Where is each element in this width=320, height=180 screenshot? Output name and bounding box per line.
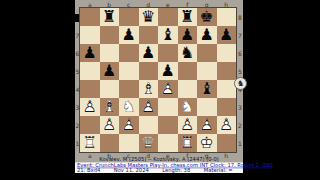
square-c2[interactable]: ♟♙ xyxy=(119,116,139,134)
file-labels-top: abcdefgh xyxy=(80,1,236,8)
file-label-f: f xyxy=(178,1,198,8)
square-a3[interactable]: ♟♙ xyxy=(80,98,100,116)
piece-wP-fill: ♟ xyxy=(217,116,237,134)
square-f7[interactable]: ♟ xyxy=(178,26,198,44)
material-text: Material: = xyxy=(204,168,233,173)
piece-wN: ♘ xyxy=(178,98,198,116)
piece-wP: ♙ xyxy=(158,80,178,98)
square-e6[interactable] xyxy=(158,44,178,62)
last-move-text: 21: Bxd4 xyxy=(77,168,100,173)
piece-wR: ♖ xyxy=(178,134,198,152)
square-f1[interactable]: ♜♖ xyxy=(178,134,198,152)
piece-bP: ♟ xyxy=(197,26,217,44)
square-d5[interactable] xyxy=(139,62,159,80)
piece-bR: ♜ xyxy=(100,8,120,26)
rank-label-3: 3 xyxy=(237,98,243,116)
square-b3[interactable]: ♝♗ xyxy=(100,98,120,116)
knight-cursor-icon[interactable]: ♞ xyxy=(234,77,247,90)
piece-wP: ♙ xyxy=(80,98,100,116)
piece-bP: ♟ xyxy=(178,26,198,44)
file-label-d: d xyxy=(139,1,159,8)
piece-wR-fill: ♜ xyxy=(80,134,100,152)
piece-wP: ♙ xyxy=(119,116,139,134)
rank-label-6: 6 xyxy=(237,44,243,62)
viewer-panel: abcdefgh abcdefgh 87654321 87654321 ♜♛♜♚… xyxy=(75,0,243,172)
square-g5[interactable] xyxy=(197,62,217,80)
info-strip: Event: CrunchLabs Masters Play-In, chess… xyxy=(75,162,243,173)
piece-bN: ♞ xyxy=(178,44,198,62)
square-f3[interactable]: ♞♘ xyxy=(178,98,198,116)
piece-wP: ♙ xyxy=(197,116,217,134)
chess-board: ♜♛♜♚♟♝♟♟♟♟♟♞♟♟♝♗♟♙♝♟♙♝♗♞♘♟♙♞♘♟♙♟♙♟♙♟♙♟♙♜… xyxy=(80,8,236,152)
square-b8[interactable]: ♜ xyxy=(100,8,120,26)
piece-bP: ♟ xyxy=(80,44,100,62)
piece-wB: ♗ xyxy=(139,80,159,98)
square-b7[interactable] xyxy=(100,26,120,44)
piece-wQ-fill: ♛ xyxy=(139,134,159,152)
piece-wN-fill: ♞ xyxy=(178,98,198,116)
length-text: Length: 38 xyxy=(162,168,190,173)
square-a6[interactable]: ♟ xyxy=(80,44,100,62)
black-to-move-indicator xyxy=(74,14,79,22)
square-a8[interactable] xyxy=(80,8,100,26)
piece-wB-fill: ♝ xyxy=(100,98,120,116)
piece-wN-fill: ♞ xyxy=(119,98,139,116)
players-caption-text: Kovalev, M (2505) -- Kozlovsky, A (2447)… xyxy=(75,156,243,162)
square-e3[interactable] xyxy=(158,98,178,116)
square-b6[interactable] xyxy=(100,44,120,62)
piece-bK: ♚ xyxy=(197,8,217,26)
square-d8[interactable]: ♛ xyxy=(139,8,159,26)
square-e7[interactable]: ♝ xyxy=(158,26,178,44)
piece-bP: ♟ xyxy=(139,44,159,62)
file-label-e: e xyxy=(158,1,178,8)
piece-wP-fill: ♟ xyxy=(178,116,198,134)
square-f4[interactable] xyxy=(178,80,198,98)
square-d2[interactable] xyxy=(139,116,159,134)
square-c8[interactable] xyxy=(119,8,139,26)
square-d4[interactable]: ♝♗ xyxy=(139,80,159,98)
square-f6[interactable]: ♞ xyxy=(178,44,198,62)
square-a7[interactable] xyxy=(80,26,100,44)
square-e8[interactable] xyxy=(158,8,178,26)
piece-bP: ♟ xyxy=(119,26,139,44)
square-f2[interactable]: ♟♙ xyxy=(178,116,198,134)
file-label-h: h xyxy=(217,1,237,8)
square-g1[interactable]: ♚♔ xyxy=(197,134,217,152)
piece-bQ: ♛ xyxy=(139,8,159,26)
rank-label-1: 1 xyxy=(237,134,243,152)
piece-bP: ♟ xyxy=(217,26,237,44)
square-g6[interactable] xyxy=(197,44,217,62)
square-g3[interactable] xyxy=(197,98,217,116)
square-h1[interactable] xyxy=(217,134,237,152)
piece-wQ: ♕ xyxy=(139,134,159,152)
piece-wR: ♖ xyxy=(80,134,100,152)
date-text: Nov 11, 2024 xyxy=(114,168,149,173)
piece-wP: ♙ xyxy=(100,116,120,134)
file-label-c: c xyxy=(119,1,139,8)
piece-wR-fill: ♜ xyxy=(178,134,198,152)
square-g8[interactable]: ♚ xyxy=(197,8,217,26)
square-c7[interactable]: ♟ xyxy=(119,26,139,44)
square-c1[interactable] xyxy=(119,134,139,152)
square-c5[interactable] xyxy=(119,62,139,80)
piece-wP-fill: ♟ xyxy=(80,98,100,116)
square-a5[interactable] xyxy=(80,62,100,80)
piece-wP-fill: ♟ xyxy=(139,98,159,116)
square-h6[interactable] xyxy=(217,44,237,62)
square-c6[interactable] xyxy=(119,44,139,62)
file-label-g: g xyxy=(197,1,217,8)
piece-wN: ♘ xyxy=(119,98,139,116)
piece-bB: ♝ xyxy=(158,26,178,44)
square-d1[interactable]: ♛♕ xyxy=(139,134,159,152)
square-c3[interactable]: ♞♘ xyxy=(119,98,139,116)
rank-label-7: 7 xyxy=(237,26,243,44)
knight-cursor-glyph: ♞ xyxy=(237,80,244,88)
piece-bB: ♝ xyxy=(197,80,217,98)
piece-wP-fill: ♟ xyxy=(119,116,139,134)
game-stats-line: 21: Bxd4 Nov 11, 2024 Length: 38 Materia… xyxy=(75,168,243,173)
rank-label-2: 2 xyxy=(237,116,243,134)
piece-bP: ♟ xyxy=(100,62,120,80)
square-b2[interactable]: ♟♙ xyxy=(100,116,120,134)
piece-wP: ♙ xyxy=(217,116,237,134)
square-b4[interactable] xyxy=(100,80,120,98)
square-h3[interactable] xyxy=(217,98,237,116)
square-f8[interactable]: ♜ xyxy=(178,8,198,26)
square-g4[interactable]: ♝ xyxy=(197,80,217,98)
piece-wB-fill: ♝ xyxy=(139,80,159,98)
square-e4[interactable]: ♟♙ xyxy=(158,80,178,98)
piece-wK: ♔ xyxy=(197,134,217,152)
square-f5[interactable] xyxy=(178,62,198,80)
rank-label-8: 8 xyxy=(237,8,243,26)
piece-wP: ♙ xyxy=(139,98,159,116)
square-b5[interactable]: ♟ xyxy=(100,62,120,80)
square-a4[interactable] xyxy=(80,80,100,98)
square-d6[interactable]: ♟ xyxy=(139,44,159,62)
square-c4[interactable] xyxy=(119,80,139,98)
piece-wP-fill: ♟ xyxy=(197,116,217,134)
square-b1[interactable] xyxy=(100,134,120,152)
file-label-a: a xyxy=(80,1,100,8)
square-h5[interactable] xyxy=(217,62,237,80)
square-h8[interactable] xyxy=(217,8,237,26)
piece-bP: ♟ xyxy=(158,62,178,80)
file-label-b: b xyxy=(100,1,120,8)
square-e1[interactable] xyxy=(158,134,178,152)
square-h2[interactable]: ♟♙ xyxy=(217,116,237,134)
square-e5[interactable]: ♟ xyxy=(158,62,178,80)
piece-wP: ♙ xyxy=(178,116,198,134)
square-g2[interactable]: ♟♙ xyxy=(197,116,217,134)
square-h7[interactable]: ♟ xyxy=(217,26,237,44)
piece-wB: ♗ xyxy=(100,98,120,116)
square-a1[interactable]: ♜♖ xyxy=(80,134,100,152)
square-g7[interactable]: ♟ xyxy=(197,26,217,44)
piece-bR: ♜ xyxy=(178,8,198,26)
square-e2[interactable] xyxy=(158,116,178,134)
square-d7[interactable] xyxy=(139,26,159,44)
piece-wP-fill: ♟ xyxy=(100,116,120,134)
piece-wK-fill: ♚ xyxy=(197,134,217,152)
piece-wP-fill: ♟ xyxy=(158,80,178,98)
square-d3[interactable]: ♟♙ xyxy=(139,98,159,116)
square-a2[interactable] xyxy=(80,116,100,134)
